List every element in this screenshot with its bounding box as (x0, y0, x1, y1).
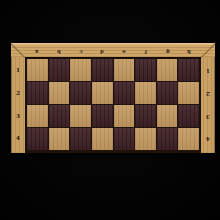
chessboard: abcdefgh 1234 1234 (11, 43, 215, 153)
square-f3[interactable] (135, 105, 156, 127)
square-h4[interactable] (178, 128, 199, 150)
rank-label: 3 (204, 109, 213, 124)
square-e1[interactable] (114, 59, 135, 81)
square-h3[interactable] (178, 105, 199, 127)
square-h2[interactable] (178, 82, 199, 104)
rank-label: 4 (204, 131, 213, 146)
rank-label: 3 (14, 109, 23, 124)
rank-label: 2 (204, 86, 213, 101)
photo-background: abcdefgh 1234 1234 (0, 0, 220, 220)
square-g1[interactable] (157, 59, 178, 81)
square-d1[interactable] (92, 59, 113, 81)
square-a1[interactable] (27, 59, 48, 81)
square-c4[interactable] (70, 128, 91, 150)
square-e3[interactable] (114, 105, 135, 127)
square-h1[interactable] (178, 59, 199, 81)
square-f2[interactable] (135, 82, 156, 104)
board-frame-top (11, 43, 215, 57)
square-d4[interactable] (92, 128, 113, 150)
square-g2[interactable] (157, 82, 178, 104)
square-b4[interactable] (49, 128, 70, 150)
square-d2[interactable] (92, 82, 113, 104)
square-b1[interactable] (49, 59, 70, 81)
square-f4[interactable] (135, 128, 156, 150)
rank-labels-left: 1234 (11, 59, 25, 150)
square-g3[interactable] (157, 105, 178, 127)
board-grid (27, 59, 199, 150)
square-e2[interactable] (114, 82, 135, 104)
square-b2[interactable] (49, 82, 70, 104)
square-a4[interactable] (27, 128, 48, 150)
square-a2[interactable] (27, 82, 48, 104)
rank-label: 1 (14, 63, 23, 78)
rank-label: 1 (204, 63, 213, 78)
square-f1[interactable] (135, 59, 156, 81)
square-a3[interactable] (27, 105, 48, 127)
square-c2[interactable] (70, 82, 91, 104)
square-g4[interactable] (157, 128, 178, 150)
playing-field (25, 57, 201, 153)
square-d3[interactable] (92, 105, 113, 127)
rank-labels-right: 1234 (201, 59, 215, 150)
square-b3[interactable] (49, 105, 70, 127)
square-c3[interactable] (70, 105, 91, 127)
rank-label: 4 (14, 131, 23, 146)
rank-label: 2 (14, 86, 23, 101)
square-e4[interactable] (114, 128, 135, 150)
square-c1[interactable] (70, 59, 91, 81)
